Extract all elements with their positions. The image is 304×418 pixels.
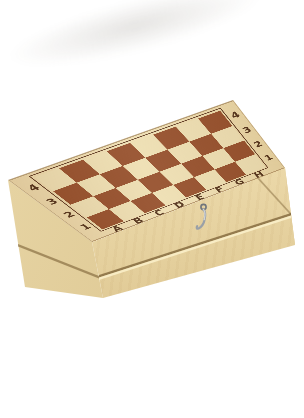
latch-icon xyxy=(195,203,211,234)
chess-box-product-photo: 43214321ABCDEFGH xyxy=(0,0,304,418)
box-shadow xyxy=(0,0,272,84)
